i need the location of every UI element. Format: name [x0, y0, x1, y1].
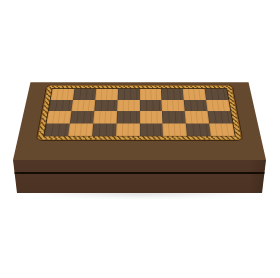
chessboard: [44, 89, 234, 136]
board-square: [183, 89, 206, 100]
board-square: [117, 100, 140, 111]
board-square: [70, 111, 94, 123]
board-square: [49, 100, 73, 111]
rope-inlay-border: [37, 85, 243, 140]
board-square: [162, 100, 185, 111]
board-square: [140, 123, 164, 136]
board-square: [73, 89, 96, 100]
board-square: [71, 100, 95, 111]
board-square: [140, 89, 162, 100]
case-lid-top: [13, 82, 266, 160]
board-square: [209, 123, 234, 136]
board-square: [116, 111, 139, 123]
board-square: [117, 89, 139, 100]
board-square: [184, 100, 208, 111]
board-square: [94, 100, 117, 111]
board-square: [162, 111, 186, 123]
board-square: [205, 89, 229, 100]
board-square: [161, 89, 184, 100]
board-square: [46, 111, 71, 123]
board-square: [208, 111, 233, 123]
board-square: [93, 111, 117, 123]
board-square: [116, 123, 140, 136]
board-square: [68, 123, 93, 136]
board-square: [92, 123, 116, 136]
board-square: [140, 111, 163, 123]
board-square: [95, 89, 118, 100]
lid-base-seam: [0, 172, 280, 174]
board-square: [186, 123, 211, 136]
board-square: [206, 100, 230, 111]
board-square: [140, 100, 163, 111]
board-square: [185, 111, 209, 123]
board-square: [51, 89, 75, 100]
product-photo-scene: [0, 0, 280, 278]
board-square: [163, 123, 187, 136]
board-square: [44, 123, 69, 136]
